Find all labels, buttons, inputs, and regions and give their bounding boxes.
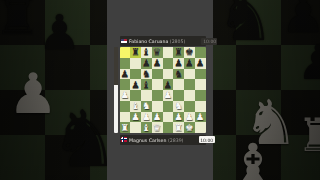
piece-black-pawn: ♟ [121,69,130,79]
piece-white-rook: ♜ [121,123,130,133]
piece-black-queen: ♛ [153,47,162,57]
piece-white-rook: ♜ [174,123,183,133]
square-e2[interactable] [163,112,174,123]
square-c8[interactable]: ♝ [141,47,152,58]
piece-black-knight: ♞ [174,69,183,79]
piece-black-pawn: ♟ [153,58,162,68]
piece-white-pawn: ♟ [164,90,173,100]
square-h4[interactable] [195,90,206,101]
square-c7[interactable]: ♟ [141,58,152,69]
piece-white-pawn: ♟ [142,112,151,122]
us-flag-icon [121,39,127,44]
square-b6[interactable] [130,69,141,80]
square-a6[interactable]: ♟ [120,69,131,80]
piece-black-knight: ♞ [142,69,151,79]
piece-white-pawn: ♟ [121,90,130,100]
piece-white-pawn: ♟ [185,112,194,122]
square-h5[interactable] [195,79,206,90]
piece-white-pawn: ♟ [174,112,183,122]
piece-white-bishop: ♝ [131,101,140,111]
square-c3[interactable]: ♞ [141,101,152,112]
piece-white-king: ♚ [185,123,194,133]
square-b7[interactable] [130,58,141,69]
norway-flag-icon [121,137,127,142]
video-frame: Fabiano Caruana (2805) 10:00 ♜♝♛♜♚♟♟♟♟♟♟… [107,0,213,180]
square-h1[interactable] [195,122,206,133]
background-right-panel: ♞♟♟♞♜♝ [213,0,320,180]
square-a2[interactable] [120,112,131,123]
player-bottom-rating: (2839) [168,136,184,141]
piece-black-pawn: ♟ [174,58,183,68]
player-top-rating: (2805) [170,38,186,43]
square-a4[interactable]: ♟ [120,90,131,101]
piece-white-pawn: ♟ [153,112,162,122]
piece-black-bishop: ♝ [142,47,151,57]
background-black-knight-icon: ♞ [217,0,274,50]
square-a7[interactable] [120,58,131,69]
square-a3[interactable] [120,101,131,112]
square-c6[interactable]: ♞ [141,69,152,80]
square-h3[interactable] [195,101,206,112]
piece-black-pawn: ♟ [164,80,173,90]
square-b3[interactable]: ♝ [130,101,141,112]
piece-white-pawn: ♟ [196,112,205,122]
background-white-bishop-icon: ♝ [227,136,279,180]
piece-black-pawn: ♟ [142,58,151,68]
square-c2[interactable]: ♟ [141,112,152,123]
square-c5[interactable]: ♝ [141,79,152,90]
player-bottom-name: Magnus Carlsen (2839) [129,137,183,142]
square-d6[interactable] [152,69,163,80]
square-a5[interactable] [120,79,131,90]
square-a8[interactable] [120,47,131,58]
piece-white-queen: ♛ [153,123,162,133]
square-g5[interactable] [184,79,195,90]
square-g6[interactable] [184,69,195,80]
square-g3[interactable] [184,101,195,112]
square-e1[interactable] [163,122,174,133]
piece-black-rook: ♜ [131,47,140,57]
square-h2[interactable]: ♟ [195,112,206,123]
square-h7[interactable]: ♟ [195,58,206,69]
square-f2[interactable]: ♟ [173,112,184,123]
square-f5[interactable] [173,79,184,90]
square-d8[interactable]: ♛ [152,47,163,58]
square-d5[interactable] [152,79,163,90]
square-e6[interactable] [163,69,174,80]
background-white-rook-icon: ♜ [297,112,320,158]
piece-black-pawn: ♟ [131,80,140,90]
eval-bar [114,47,118,133]
player-top-clock: 10:00 [201,38,217,45]
square-f6[interactable]: ♞ [173,69,184,80]
piece-black-pawn: ♟ [196,58,205,68]
piece-white-knight: ♞ [174,101,183,111]
square-f1[interactable]: ♜ [173,122,184,133]
square-d2[interactable]: ♟ [152,112,163,123]
player-top-name: Fabiano Caruana (2805) [129,39,185,44]
square-d1[interactable]: ♛ [152,122,163,133]
piece-black-bishop: ♝ [142,80,151,90]
player-bottom-bar: Magnus Carlsen (2839) 10:00 [120,135,206,145]
square-f8[interactable]: ♜ [173,47,184,58]
square-b8[interactable]: ♜ [130,47,141,58]
board-row: ♜♝♛♜♚♟♟♟♟♟♟♞♞♟♝♟♟♟♝♞♞♟♟♟♟♟♟♜♝♛♜♚ [114,47,206,133]
square-e8[interactable] [163,47,174,58]
background-black-rook-icon: ♜ [0,0,41,42]
piece-white-knight: ♞ [142,101,151,111]
square-b5[interactable]: ♟ [130,79,141,90]
piece-black-rook: ♜ [174,47,183,57]
player-top-bar: Fabiano Caruana (2805) 10:00 [120,36,206,46]
square-g7[interactable]: ♟ [184,58,195,69]
square-d3[interactable] [152,101,163,112]
square-d4[interactable] [152,90,163,101]
square-b4[interactable] [130,90,141,101]
background-black-knight-icon: ♞ [50,100,107,178]
background-left-panel: ♜♟♟♞ [0,0,107,180]
square-g2[interactable]: ♟ [184,112,195,123]
square-e7[interactable] [163,58,174,69]
piece-black-pawn: ♟ [185,58,194,68]
piece-black-king: ♚ [185,47,194,57]
square-h8[interactable] [195,47,206,58]
square-f3[interactable]: ♞ [173,101,184,112]
square-f7[interactable]: ♟ [173,58,184,69]
square-g4[interactable] [184,90,195,101]
square-c1[interactable]: ♝ [141,122,152,133]
square-g1[interactable]: ♚ [184,122,195,133]
square-e3[interactable] [163,101,174,112]
board: ♜♝♛♜♚♟♟♟♟♟♟♞♞♟♝♟♟♟♝♞♞♟♟♟♟♟♟♜♝♛♜♚ [120,47,206,133]
square-g8[interactable]: ♚ [184,47,195,58]
square-h6[interactable] [195,69,206,80]
piece-white-pawn: ♟ [131,112,140,122]
square-a1[interactable]: ♜ [120,122,131,133]
piece-white-bishop: ♝ [142,123,151,133]
square-d7[interactable]: ♟ [152,58,163,69]
background-black-pawn-icon: ♟ [297,38,320,86]
square-e4[interactable]: ♟ [163,90,174,101]
square-b2[interactable]: ♟ [130,112,141,123]
square-b1[interactable] [130,122,141,133]
background-black-pawn-icon: ♟ [38,8,81,56]
square-e5[interactable]: ♟ [163,79,174,90]
player-bottom-clock: 10:00 [199,136,215,143]
eval-bar-white [114,85,118,133]
